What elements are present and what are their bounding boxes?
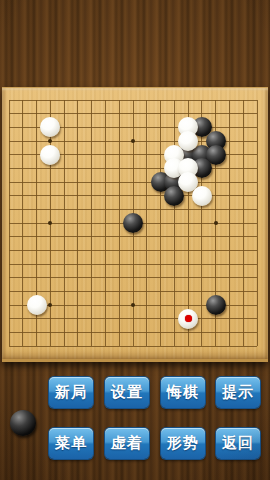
white-stone [40, 117, 60, 137]
grid-line-horizontal [9, 291, 257, 292]
grid-line-horizontal [9, 264, 257, 265]
last-move-marker [185, 315, 192, 322]
decorative-black-stone [10, 410, 36, 436]
menu-button[interactable]: 菜单 [49, 428, 93, 459]
undo-button[interactable]: 悔棋 [161, 377, 205, 408]
new-game-button[interactable]: 新局 [49, 377, 93, 408]
grid-line-horizontal [9, 236, 257, 237]
white-stone [178, 309, 198, 329]
grid-line-vertical [146, 100, 147, 346]
situation-button[interactable]: 形势 [161, 428, 205, 459]
back-button[interactable]: 返回 [216, 428, 260, 459]
grid-line-horizontal [9, 332, 257, 333]
star-point [131, 303, 135, 307]
grid-line-vertical [174, 100, 175, 346]
star-point [48, 221, 52, 225]
grid-line-horizontal [9, 277, 257, 278]
black-stone [123, 213, 143, 233]
star-point [48, 303, 52, 307]
black-stone [206, 295, 226, 315]
white-stone [40, 145, 60, 165]
white-stone [192, 186, 212, 206]
pass-button[interactable]: 虚着 [105, 428, 149, 459]
grid-line-vertical [257, 100, 258, 346]
settings-button[interactable]: 设置 [105, 377, 149, 408]
grid-line-horizontal [9, 346, 257, 347]
grid-line-horizontal [9, 250, 257, 251]
star-point [48, 139, 52, 143]
grid-line-vertical [243, 100, 244, 346]
star-point [214, 221, 218, 225]
grid-line-horizontal [9, 318, 257, 319]
grid-line-vertical [160, 100, 161, 346]
grid-line-vertical [229, 100, 230, 346]
white-stone [27, 295, 47, 315]
star-point [131, 139, 135, 143]
go-board[interactable] [2, 87, 268, 362]
app-screen: 新局 设置 悔棋 提示 菜单 虚着 形势 返回 [0, 0, 270, 480]
hint-button[interactable]: 提示 [216, 377, 260, 408]
